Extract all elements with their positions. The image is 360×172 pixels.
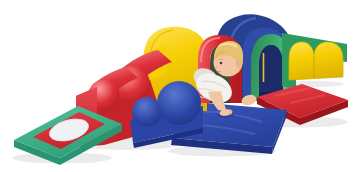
toddler-eye [220, 62, 223, 65]
scene-illustration [0, 0, 360, 172]
toddler-eyebrow [219, 59, 224, 60]
toddler-ear [236, 61, 241, 68]
scallop-hump-large [157, 81, 201, 125]
soft-play-product-photo [0, 0, 360, 172]
